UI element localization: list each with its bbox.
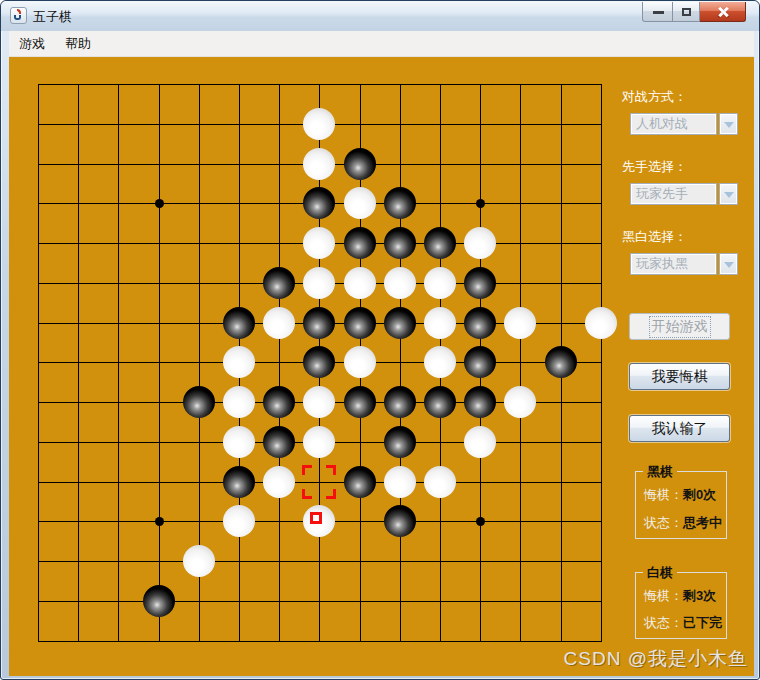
stone-black [384, 426, 416, 458]
mode-combobox-value: 人机对战 [630, 113, 717, 135]
black-undo-value: 剩0次 [683, 487, 716, 502]
first-label: 先手选择： [622, 158, 687, 176]
coffee-steam-icon [17, 9, 21, 14]
stone-white [344, 267, 376, 299]
stone-white [585, 307, 617, 339]
stone-white [303, 426, 335, 458]
first-combobox-button[interactable] [719, 183, 738, 205]
chevron-down-icon [724, 122, 734, 128]
stone-black [384, 307, 416, 339]
black-group-title: 黑棋 [643, 463, 677, 481]
csdn-watermark: CSDN @我是小木鱼 [564, 646, 748, 672]
chevron-down-icon [724, 262, 734, 268]
last-move-marker [310, 512, 322, 524]
stone-white [303, 227, 335, 259]
grid-line [601, 84, 602, 642]
stone-black [384, 227, 416, 259]
stone-white [344, 346, 376, 378]
undo-button-label: 我要悔棋 [652, 368, 708, 386]
star-point [155, 517, 164, 526]
grid-line [400, 84, 401, 642]
stone-black [424, 386, 456, 418]
start-game-button[interactable]: 开始游戏 [629, 313, 730, 340]
grid-line [38, 641, 602, 642]
color-label: 黑白选择： [622, 228, 687, 246]
color-combobox-value: 玩家执黑 [630, 253, 717, 275]
grid-line [520, 84, 521, 642]
stone-black [344, 466, 376, 498]
title-bar[interactable]: 五子棋 [1, 1, 759, 31]
stone-black [223, 466, 255, 498]
stone-white [344, 187, 376, 219]
minimize-icon [653, 11, 664, 14]
mode-label: 对战方式： [622, 88, 687, 106]
stone-black [464, 267, 496, 299]
stone-white [303, 386, 335, 418]
color-combobox[interactable]: 玩家执黑 [630, 253, 738, 275]
grid-line [38, 601, 602, 602]
stone-black [183, 386, 215, 418]
mode-combobox-button[interactable] [719, 113, 738, 135]
stone-white [183, 545, 215, 577]
stone-black [263, 426, 295, 458]
stone-black [344, 227, 376, 259]
black-status-value: 思考中 [683, 515, 722, 530]
stone-black [263, 386, 295, 418]
star-point [155, 199, 164, 208]
white-group-title: 白棋 [643, 564, 677, 582]
color-combobox-button[interactable] [719, 253, 738, 275]
resign-button[interactable]: 我认输了 [629, 415, 730, 442]
stone-white [303, 267, 335, 299]
stone-black [303, 346, 335, 378]
stone-black [344, 307, 376, 339]
stone-white [424, 466, 456, 498]
white-status-value: 已下完 [683, 615, 722, 630]
black-status-groupbox: 黑棋 悔棋：剩0次 状态：思考中 [635, 471, 727, 539]
white-status-label: 状态： [644, 615, 683, 630]
stone-black [384, 187, 416, 219]
menu-item-game[interactable]: 游戏 [9, 31, 55, 57]
stone-white [424, 307, 456, 339]
hover-cursor-marker [302, 465, 336, 499]
coffee-cup-icon [14, 15, 21, 20]
chevron-down-icon [724, 192, 734, 198]
white-status-groupbox: 白棋 悔棋：剩3次 状态：已下完 [635, 572, 727, 639]
board[interactable] [38, 84, 601, 641]
stone-white [464, 426, 496, 458]
stone-white [504, 386, 536, 418]
stone-black [464, 307, 496, 339]
stone-white [303, 148, 335, 180]
white-undo-label: 悔棋： [644, 588, 683, 603]
stone-black [303, 307, 335, 339]
first-combobox-value: 玩家先手 [630, 183, 717, 205]
stone-black [344, 386, 376, 418]
star-point [476, 199, 485, 208]
window-title: 五子棋 [33, 8, 72, 26]
stone-white [504, 307, 536, 339]
grid-line [38, 561, 602, 562]
stone-black [464, 346, 496, 378]
stone-white [263, 307, 295, 339]
menu-bar: 游戏 帮助 [9, 31, 754, 57]
stone-white [223, 346, 255, 378]
resign-button-label: 我认输了 [652, 420, 708, 438]
stone-black [263, 267, 295, 299]
stone-white [384, 466, 416, 498]
stone-white [424, 267, 456, 299]
close-button[interactable] [700, 2, 746, 22]
menu-item-help[interactable]: 帮助 [55, 31, 101, 57]
black-undo-label: 悔棋： [644, 487, 683, 502]
stone-black [303, 187, 335, 219]
stone-black [223, 307, 255, 339]
java-app-icon [10, 7, 27, 24]
mode-combobox[interactable]: 人机对战 [630, 113, 738, 135]
minimize-button[interactable] [642, 2, 673, 22]
stone-white [303, 108, 335, 140]
stone-white [424, 346, 456, 378]
app-window: 五子棋 游戏 帮助 对战方式： 人机对战 先手选择： 玩家先手 黑白选择： 玩家… [0, 0, 760, 680]
start-game-label: 开始游戏 [649, 316, 711, 338]
stone-white [263, 466, 295, 498]
stone-black [424, 227, 456, 259]
stone-white [384, 267, 416, 299]
close-icon [717, 6, 729, 18]
stone-black [545, 346, 577, 378]
stone-black [384, 386, 416, 418]
black-status-label: 状态： [644, 515, 683, 530]
first-combobox[interactable]: 玩家先手 [630, 183, 738, 205]
stone-white [223, 505, 255, 537]
stone-black [344, 148, 376, 180]
stone-black [464, 386, 496, 418]
stone-white [464, 227, 496, 259]
stone-black [384, 505, 416, 537]
window-controls [642, 2, 746, 22]
stone-black [143, 585, 175, 617]
maximize-icon [682, 8, 691, 16]
maximize-button[interactable] [673, 2, 700, 22]
content-panel: 对战方式： 人机对战 先手选择： 玩家先手 黑白选择： 玩家执黑 开始游戏 我要… [9, 57, 754, 676]
white-undo-value: 剩3次 [683, 588, 716, 603]
stone-white [223, 386, 255, 418]
undo-button[interactable]: 我要悔棋 [629, 363, 730, 390]
star-point [476, 517, 485, 526]
stone-white [223, 426, 255, 458]
